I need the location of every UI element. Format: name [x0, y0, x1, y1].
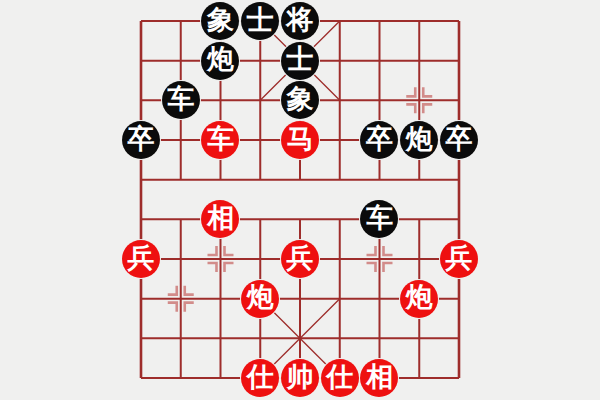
piece-black-soldier[interactable]: 卒 — [122, 121, 160, 159]
xiangqi-app: 象士将炮士车象卒车马卒炮卒相车兵兵兵炮炮仕帅仕相 — [0, 0, 600, 400]
piece-black-cannon[interactable]: 炮 — [400, 121, 438, 159]
piece-black-advisor[interactable]: 士 — [241, 2, 279, 40]
piece-red-elephant[interactable]: 相 — [360, 359, 398, 397]
piece-red-cannon[interactable]: 炮 — [241, 280, 279, 318]
piece-red-advisor[interactable]: 仕 — [241, 359, 279, 397]
piece-red-elephant[interactable]: 相 — [201, 200, 239, 238]
piece-red-advisor[interactable]: 仕 — [321, 359, 359, 397]
piece-black-advisor[interactable]: 士 — [281, 42, 319, 80]
piece-black-soldier[interactable]: 卒 — [440, 121, 478, 159]
piece-red-cannon[interactable]: 炮 — [400, 280, 438, 318]
piece-red-soldier[interactable]: 兵 — [122, 240, 160, 278]
piece-black-chariot[interactable]: 车 — [162, 81, 200, 119]
xiangqi-board[interactable]: 象士将炮士车象卒车马卒炮卒相车兵兵兵炮炮仕帅仕相 — [121, 1, 479, 398]
piece-black-soldier[interactable]: 卒 — [360, 121, 398, 159]
piece-red-general[interactable]: 帅 — [281, 359, 319, 397]
piece-red-soldier[interactable]: 兵 — [281, 240, 319, 278]
piece-black-cannon[interactable]: 炮 — [201, 42, 239, 80]
piece-black-general[interactable]: 将 — [281, 2, 319, 40]
piece-red-chariot[interactable]: 车 — [201, 121, 239, 159]
piece-black-elephant[interactable]: 象 — [201, 2, 239, 40]
piece-black-chariot[interactable]: 车 — [360, 200, 398, 238]
piece-red-horse[interactable]: 马 — [281, 121, 319, 159]
screen: { "game": "xiangqi", "board": { "columns… — [0, 0, 600, 400]
piece-red-soldier[interactable]: 兵 — [440, 240, 478, 278]
piece-black-elephant[interactable]: 象 — [281, 81, 319, 119]
